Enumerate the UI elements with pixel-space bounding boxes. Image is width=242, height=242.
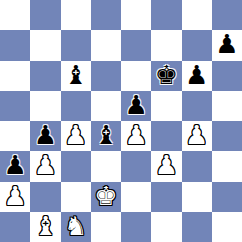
square-h1[interactable] [212,212,242,242]
square-d6[interactable] [91,61,121,91]
piece-black-bishop[interactable]: ♝ [94,121,117,150]
piece-white-pawn[interactable]: ♟ [155,151,178,180]
square-c3[interactable] [61,151,91,181]
square-h2[interactable] [212,182,242,212]
piece-white-pawn[interactable]: ♟ [34,151,57,180]
square-b1[interactable]: ♝ [30,212,60,242]
square-e4[interactable]: ♟ [121,121,151,151]
square-c1[interactable]: ♞ [61,212,91,242]
square-f4[interactable] [151,121,181,151]
square-g7[interactable] [182,30,212,60]
square-a3[interactable]: ♟ [0,151,30,181]
square-g8[interactable] [182,0,212,30]
square-a8[interactable] [0,0,30,30]
square-g3[interactable] [182,151,212,181]
piece-white-bishop[interactable]: ♝ [34,212,57,241]
piece-black-pawn[interactable]: ♟ [185,61,208,90]
square-d3[interactable] [91,151,121,181]
square-f3[interactable]: ♟ [151,151,181,181]
chess-board-wrapper: ♟♝♚♟♟♟♟♝♟♟♟♟♟♟♚♝♞ [0,0,242,242]
square-a5[interactable] [0,91,30,121]
square-e2[interactable] [121,182,151,212]
square-d4[interactable]: ♝ [91,121,121,151]
square-c5[interactable] [61,91,91,121]
piece-black-pawn[interactable]: ♟ [215,30,238,59]
piece-white-knight[interactable]: ♞ [64,212,87,241]
piece-black-pawn[interactable]: ♟ [124,91,147,120]
square-c4[interactable]: ♟ [61,121,91,151]
square-e8[interactable] [121,0,151,30]
square-b8[interactable] [30,0,60,30]
square-g6[interactable]: ♟ [182,61,212,91]
square-d8[interactable] [91,0,121,30]
square-h4[interactable] [212,121,242,151]
square-b3[interactable]: ♟ [30,151,60,181]
square-b4[interactable]: ♟ [30,121,60,151]
square-f5[interactable] [151,91,181,121]
square-b5[interactable] [30,91,60,121]
square-f6[interactable]: ♚ [151,61,181,91]
square-h6[interactable] [212,61,242,91]
square-g5[interactable] [182,91,212,121]
square-d2[interactable]: ♚ [91,182,121,212]
square-e7[interactable] [121,30,151,60]
square-f1[interactable] [151,212,181,242]
square-c6[interactable]: ♝ [61,61,91,91]
square-g2[interactable] [182,182,212,212]
square-a4[interactable] [0,121,30,151]
square-a6[interactable] [0,61,30,91]
square-d5[interactable] [91,91,121,121]
piece-white-king[interactable]: ♚ [94,182,117,211]
square-d1[interactable] [91,212,121,242]
piece-black-king[interactable]: ♚ [155,61,178,90]
square-f8[interactable] [151,0,181,30]
square-e3[interactable] [121,151,151,181]
square-f2[interactable] [151,182,181,212]
square-b2[interactable] [30,182,60,212]
piece-white-pawn[interactable]: ♟ [64,121,87,150]
piece-black-bishop[interactable]: ♝ [64,61,87,90]
square-b6[interactable] [30,61,60,91]
square-c8[interactable] [61,0,91,30]
square-a2[interactable]: ♟ [0,182,30,212]
square-h8[interactable] [212,0,242,30]
piece-white-pawn[interactable]: ♟ [3,182,26,211]
square-g1[interactable] [182,212,212,242]
piece-black-pawn[interactable]: ♟ [3,151,26,180]
square-h7[interactable]: ♟ [212,30,242,60]
square-h5[interactable] [212,91,242,121]
square-e1[interactable] [121,212,151,242]
square-c2[interactable] [61,182,91,212]
square-g4[interactable]: ♟ [182,121,212,151]
square-h3[interactable] [212,151,242,181]
square-c7[interactable] [61,30,91,60]
square-f7[interactable] [151,30,181,60]
piece-white-pawn[interactable]: ♟ [124,121,147,150]
chess-board: ♟♝♚♟♟♟♟♝♟♟♟♟♟♟♚♝♞ [0,0,242,242]
square-d7[interactable] [91,30,121,60]
piece-white-pawn[interactable]: ♟ [185,121,208,150]
square-e6[interactable] [121,61,151,91]
square-a7[interactable] [0,30,30,60]
piece-black-pawn[interactable]: ♟ [34,121,57,150]
square-b7[interactable] [30,30,60,60]
square-a1[interactable] [0,212,30,242]
square-e5[interactable]: ♟ [121,91,151,121]
